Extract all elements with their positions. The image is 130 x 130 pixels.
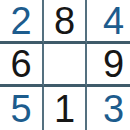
cell-r1c2: 8 xyxy=(44,0,87,44)
digit-6: 6 xyxy=(10,45,31,83)
sudoku-board: 28469513 xyxy=(0,0,130,130)
digit-2: 2 xyxy=(10,2,31,40)
cell-r3c2: 1 xyxy=(44,87,87,130)
digit-4: 4 xyxy=(103,2,124,40)
sudoku-app-icon[interactable]: 28469513 xyxy=(0,0,130,130)
cell-r1c1: 2 xyxy=(0,0,44,44)
cell-r3c1: 5 xyxy=(0,87,44,130)
digit-5: 5 xyxy=(10,90,31,128)
digit-9: 9 xyxy=(103,45,124,83)
digit-3: 3 xyxy=(103,90,124,128)
cell-r2c1: 6 xyxy=(0,44,44,87)
cell-r2c3: 9 xyxy=(87,44,130,87)
cell-r3c3: 3 xyxy=(87,87,130,130)
digit-8: 8 xyxy=(54,2,75,40)
cell-r1c3: 4 xyxy=(87,0,130,44)
digit-1: 1 xyxy=(54,90,75,128)
cell-r2c2 xyxy=(44,44,87,87)
